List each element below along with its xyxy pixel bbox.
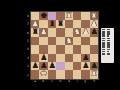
square-h6[interactable]: ♟: [90, 28, 98, 36]
square-e6[interactable]: [65, 28, 73, 36]
square-g2[interactable]: ♟: [81, 62, 89, 70]
square-d7[interactable]: ♜: [56, 20, 64, 28]
square-c8[interactable]: [48, 12, 56, 20]
square-c3[interactable]: [48, 54, 56, 62]
square-b1[interactable]: ♚: [39, 70, 47, 78]
piece-white-pawn[interactable]: ♟: [32, 20, 39, 28]
square-a6[interactable]: ♜: [31, 28, 39, 36]
square-c1[interactable]: [48, 70, 56, 78]
square-b2[interactable]: ♟: [39, 62, 47, 70]
square-g4[interactable]: [81, 45, 89, 53]
piece-white-rook[interactable]: ♜: [65, 12, 72, 20]
rank-label-6: 6: [26, 30, 28, 35]
piece-black-pawn[interactable]: ♟: [49, 62, 56, 70]
square-d5[interactable]: [56, 37, 64, 45]
square-a4[interactable]: [31, 45, 39, 53]
square-c7[interactable]: ♝: [48, 20, 56, 28]
square-f2[interactable]: [73, 62, 81, 70]
piece-black-rook[interactable]: ♜: [32, 28, 39, 36]
piece-black-pawn[interactable]: ♟: [91, 62, 98, 70]
square-a3[interactable]: [31, 54, 39, 62]
square-e4[interactable]: [65, 45, 73, 53]
square-f3[interactable]: [73, 54, 81, 62]
move-list-panel[interactable]: [101, 28, 114, 63]
square-h3[interactable]: [90, 54, 98, 62]
piece-white-pawn[interactable]: ♟: [40, 28, 47, 36]
square-g6[interactable]: ♟: [81, 28, 89, 36]
square-b5[interactable]: [39, 37, 47, 45]
square-h1[interactable]: ♜: [90, 70, 98, 78]
rank-label-5: 5: [26, 39, 28, 44]
piece-black-king[interactable]: ♚: [40, 12, 47, 20]
piece-white-knight[interactable]: ♞: [65, 37, 72, 45]
file-label-g: g: [83, 80, 88, 83]
file-label-d: d: [58, 80, 63, 83]
rank-label-4: 4: [26, 47, 28, 52]
piece-white-pawn[interactable]: ♟: [82, 28, 89, 36]
piece-white-rook[interactable]: ♜: [91, 70, 98, 78]
square-d2[interactable]: [56, 62, 64, 70]
square-b4[interactable]: [39, 45, 47, 53]
square-c2[interactable]: ♟: [48, 62, 56, 70]
rank-label-8: 8: [26, 13, 28, 18]
piece-white-rook[interactable]: ♜: [91, 12, 98, 20]
square-f8[interactable]: [73, 12, 81, 20]
square-h8[interactable]: ♜: [90, 12, 98, 20]
square-c4[interactable]: [48, 45, 56, 53]
square-a2[interactable]: ♟: [31, 62, 39, 70]
piece-black-pawn[interactable]: ♟: [82, 62, 89, 70]
square-d6[interactable]: [56, 28, 64, 36]
piece-black-pawn[interactable]: ♟: [40, 54, 47, 62]
square-a8[interactable]: [31, 12, 39, 20]
piece-black-bishop[interactable]: ♝: [49, 20, 56, 28]
square-a1[interactable]: [31, 70, 39, 78]
square-f6[interactable]: ♞: [73, 28, 81, 36]
rank-label-7: 7: [26, 22, 28, 27]
square-g5[interactable]: [81, 37, 89, 45]
square-b8[interactable]: ♚: [39, 12, 47, 20]
square-a7[interactable]: ♟: [31, 20, 39, 28]
square-f1[interactable]: [73, 70, 81, 78]
square-h5[interactable]: [90, 37, 98, 45]
square-g7[interactable]: [81, 20, 89, 28]
file-label-a: a: [33, 80, 38, 83]
file-label-f: f: [75, 80, 80, 83]
file-label-e: e: [66, 80, 71, 83]
piece-black-pawn[interactable]: ♟: [82, 54, 89, 62]
chess-board[interactable]: ♚♜♜♟♝♜♟♜♟♞♟♟♞♟♟♟♟♟♟♟♚♜: [31, 12, 98, 79]
rank-label-2: 2: [26, 64, 28, 69]
square-f4[interactable]: [73, 45, 81, 53]
square-c5[interactable]: [48, 37, 56, 45]
square-b3[interactable]: ♟: [39, 54, 47, 62]
piece-black-pawn[interactable]: ♟: [91, 28, 98, 36]
piece-black-pawn[interactable]: ♟: [32, 62, 39, 70]
file-label-h: h: [91, 80, 96, 83]
square-e1[interactable]: [65, 70, 73, 78]
square-d1[interactable]: [56, 70, 64, 78]
file-label-b: b: [41, 80, 46, 83]
square-e7[interactable]: [65, 20, 73, 28]
piece-white-king[interactable]: ♚: [40, 70, 47, 78]
square-e8[interactable]: ♜: [65, 12, 73, 20]
square-a5[interactable]: [31, 37, 39, 45]
piece-white-knight[interactable]: ♞: [74, 28, 81, 36]
square-f5[interactable]: [73, 37, 81, 45]
square-e3[interactable]: [65, 54, 73, 62]
move-list-row: [102, 53, 111, 55]
square-d3[interactable]: [56, 54, 64, 62]
piece-white-pawn[interactable]: ♟: [91, 20, 98, 28]
square-b6[interactable]: ♟: [39, 28, 47, 36]
square-e5[interactable]: ♞: [65, 37, 73, 45]
square-g3[interactable]: ♟: [81, 54, 89, 62]
square-e2[interactable]: [65, 62, 73, 70]
file-label-c: c: [49, 80, 54, 83]
square-h2[interactable]: ♟: [90, 62, 98, 70]
piece-black-pawn[interactable]: ♟: [40, 62, 47, 70]
square-d8[interactable]: [56, 12, 64, 20]
square-c6[interactable]: [48, 28, 56, 36]
square-f7[interactable]: [73, 20, 81, 28]
square-b7[interactable]: [39, 20, 47, 28]
rank-label-1: 1: [26, 72, 28, 77]
letterbox-background: ♚♜♜♟♝♜♟♜♟♞♟♟♞♟♟♟♟♟♟♟♚♜ 87654321 abcdefgh: [0, 0, 120, 90]
square-h7[interactable]: ♟: [90, 20, 98, 28]
piece-black-rook[interactable]: ♜: [57, 20, 64, 28]
rank-label-3: 3: [26, 55, 28, 60]
square-g1[interactable]: [81, 70, 89, 78]
square-g8[interactable]: [81, 12, 89, 20]
square-h4[interactable]: [90, 45, 98, 53]
square-d4[interactable]: [56, 45, 64, 53]
